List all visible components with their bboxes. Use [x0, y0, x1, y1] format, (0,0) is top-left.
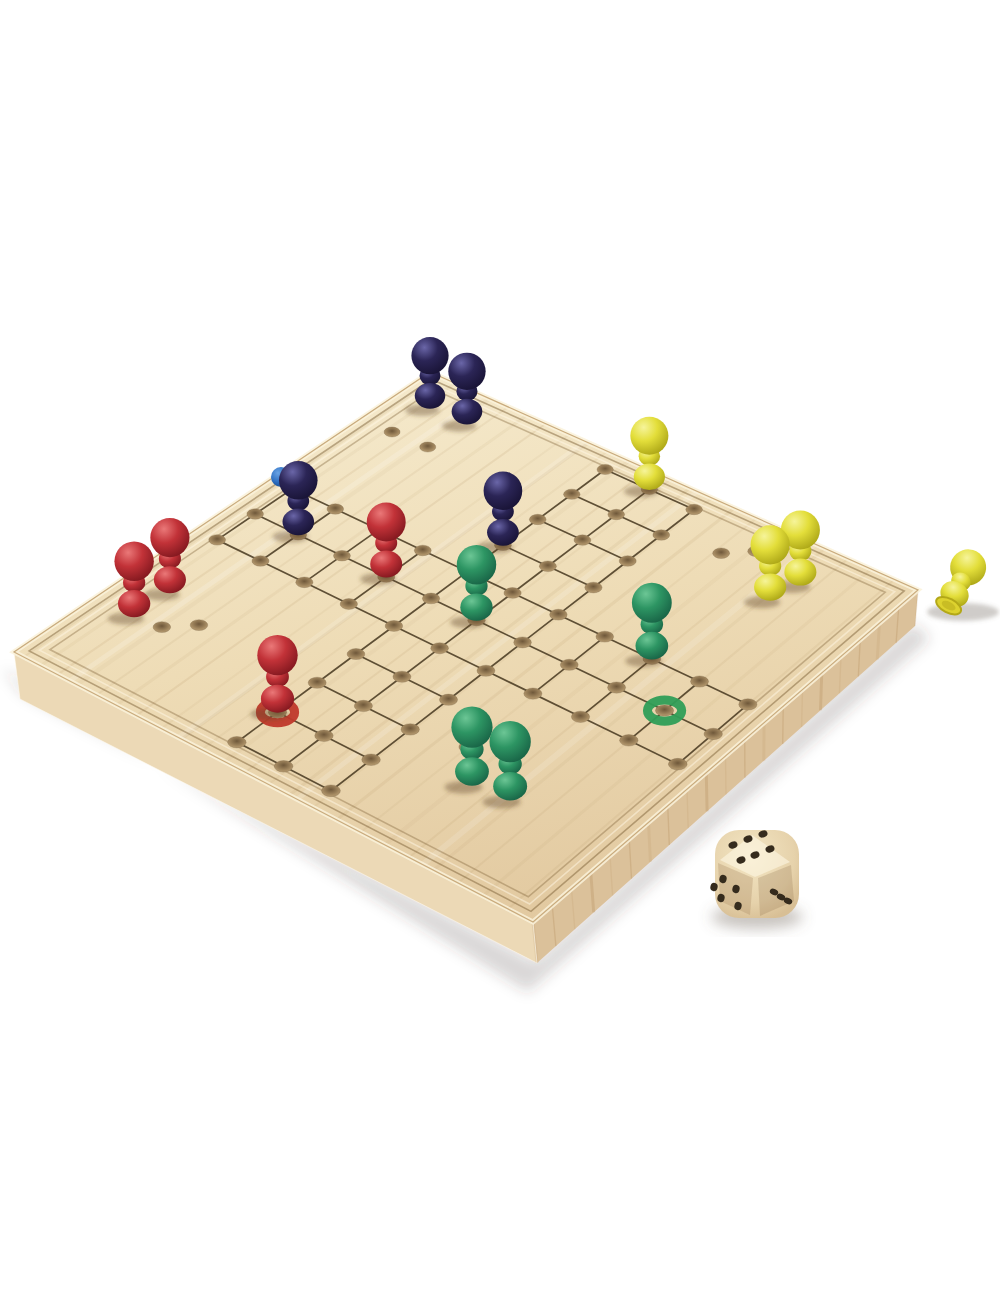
die[interactable] [709, 829, 799, 918]
photo-canvas [0, 0, 1000, 1300]
ludo-scene [0, 0, 1000, 1300]
